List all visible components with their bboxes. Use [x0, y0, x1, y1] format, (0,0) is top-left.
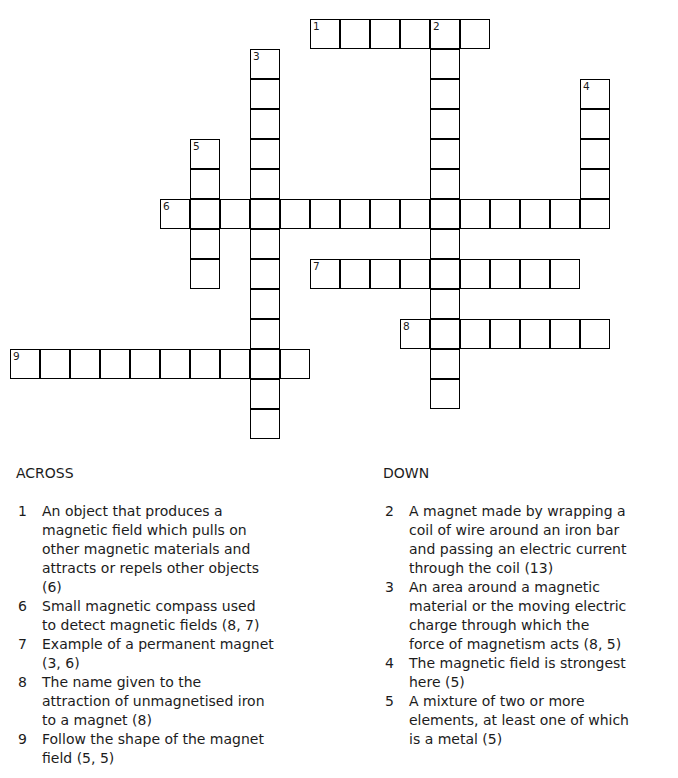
clue-number: 7	[16, 635, 42, 654]
cell-number-6: 6	[163, 200, 170, 213]
grid-cell-r5c19[interactable]	[580, 169, 610, 199]
grid-cell-r6c14[interactable]	[430, 199, 460, 229]
clue-number: 4	[383, 654, 409, 673]
across-clue-8: 8The name given to the attraction of unm…	[16, 673, 350, 730]
cell-number-5: 5	[193, 140, 200, 153]
clue-number: 5	[383, 692, 409, 711]
grid-cell-r11c7[interactable]	[220, 349, 250, 379]
grid-cell-r6c9[interactable]	[280, 199, 310, 229]
grid-cell-r0c15[interactable]	[460, 19, 490, 49]
grid-cell-r2c19[interactable]: 4	[580, 79, 610, 109]
grid-cell-r0c12[interactable]	[370, 19, 400, 49]
clue-number: 3	[383, 578, 409, 597]
grid-cell-r8c14[interactable]	[430, 259, 460, 289]
grid-cell-r4c6[interactable]: 5	[190, 139, 220, 169]
across-clue-7: 7Example of a permanent magnet (3, 6)	[16, 635, 350, 673]
down-clue-3: 3An area around a magnetic material or t…	[383, 578, 675, 654]
grid-cell-r11c6[interactable]	[190, 349, 220, 379]
grid-cell-r0c11[interactable]	[340, 19, 370, 49]
grid-cell-r9c14[interactable]	[430, 289, 460, 319]
grid-cell-r10c16[interactable]	[490, 319, 520, 349]
across-clue-list: 1An object that produces a magnetic fiel…	[16, 502, 350, 768]
grid-cell-r11c1[interactable]	[40, 349, 70, 379]
grid-cell-r8c10[interactable]: 7	[310, 259, 340, 289]
grid-cell-r6c7[interactable]	[220, 199, 250, 229]
clue-number: 9	[16, 730, 42, 749]
clue-text: An object that produces a magnetic field…	[42, 502, 259, 597]
grid-cell-r8c17[interactable]	[520, 259, 550, 289]
grid-cell-r6c18[interactable]	[550, 199, 580, 229]
crossword-worksheet: 123456789 ACROSS 1An object that produce…	[0, 0, 678, 778]
across-clue-6: 6Small magnetic compass used to detect m…	[16, 597, 350, 635]
clue-text: A magnet made by wrapping a coil of wire…	[409, 502, 626, 578]
cell-number-2: 2	[433, 20, 440, 33]
grid-cell-r8c13[interactable]	[400, 259, 430, 289]
grid-cell-r0c13[interactable]	[400, 19, 430, 49]
grid-cell-r11c5[interactable]	[160, 349, 190, 379]
grid-cell-r10c19[interactable]	[580, 319, 610, 349]
across-clue-1: 1An object that produces a magnetic fiel…	[16, 502, 350, 597]
grid-cell-r5c14[interactable]	[430, 169, 460, 199]
down-clues-section: DOWN 2A magnet made by wrapping a coil o…	[383, 464, 675, 749]
clue-number: 2	[383, 502, 409, 521]
grid-cell-r10c8[interactable]	[250, 319, 280, 349]
grid-cell-r11c8[interactable]	[250, 349, 280, 379]
clue-number: 8	[16, 673, 42, 692]
grid-cell-r6c16[interactable]	[490, 199, 520, 229]
down-clue-list: 2A magnet made by wrapping a coil of wir…	[383, 502, 675, 749]
grid-cell-r7c6[interactable]	[190, 229, 220, 259]
grid-cell-r3c8[interactable]	[250, 109, 280, 139]
cell-number-7: 7	[313, 260, 320, 273]
grid-cell-r8c12[interactable]	[370, 259, 400, 289]
grid-cell-r4c8[interactable]	[250, 139, 280, 169]
grid-cell-r12c8[interactable]	[250, 379, 280, 409]
grid-cell-r7c14[interactable]	[430, 229, 460, 259]
grid-cell-r4c14[interactable]	[430, 139, 460, 169]
clue-text: The name given to the attraction of unma…	[42, 673, 265, 730]
grid-cell-r6c11[interactable]	[340, 199, 370, 229]
grid-cell-r6c8[interactable]	[250, 199, 280, 229]
grid-cell-r11c9[interactable]	[280, 349, 310, 379]
grid-cell-r12c14[interactable]	[430, 379, 460, 409]
clue-text: An area around a magnetic material or th…	[409, 578, 626, 654]
grid-cell-r8c6[interactable]	[190, 259, 220, 289]
grid-cell-r11c0[interactable]: 9	[10, 349, 40, 379]
cell-number-4: 4	[583, 80, 590, 93]
clue-text: Small magnetic compass used to detect ma…	[42, 597, 259, 635]
grid-cell-r1c14[interactable]	[430, 49, 460, 79]
grid-cell-r6c19[interactable]	[580, 199, 610, 229]
grid-cell-r7c8[interactable]	[250, 229, 280, 259]
grid-cell-r0c10[interactable]: 1	[310, 19, 340, 49]
cell-number-9: 9	[13, 350, 20, 363]
grid-cell-r6c17[interactable]	[520, 199, 550, 229]
grid-cell-r11c14[interactable]	[430, 349, 460, 379]
grid-cell-r6c15[interactable]	[460, 199, 490, 229]
grid-cell-r11c2[interactable]	[70, 349, 100, 379]
down-clue-4: 4The magnetic field is strongest here (5…	[383, 654, 675, 692]
grid-cell-r6c13[interactable]	[400, 199, 430, 229]
grid-cell-r3c19[interactable]	[580, 109, 610, 139]
grid-cell-r10c18[interactable]	[550, 319, 580, 349]
crossword-grid: 123456789	[10, 19, 610, 439]
grid-cell-r3c14[interactable]	[430, 109, 460, 139]
clue-number: 6	[16, 597, 42, 616]
clue-text: The magnetic field is strongest here (5)	[409, 654, 626, 692]
across-clue-9: 9Follow the shape of the magnet field (5…	[16, 730, 350, 768]
grid-cell-r10c15[interactable]	[460, 319, 490, 349]
grid-cell-r6c10[interactable]	[310, 199, 340, 229]
down-header: DOWN	[383, 464, 675, 483]
grid-cell-r8c8[interactable]	[250, 259, 280, 289]
clue-text: Follow the shape of the magnet field (5,…	[42, 730, 264, 768]
grid-cell-r4c19[interactable]	[580, 139, 610, 169]
grid-cell-r8c15[interactable]	[460, 259, 490, 289]
across-clues-section: ACROSS 1An object that produces a magnet…	[16, 464, 350, 768]
down-clue-5: 5A mixture of two or more elements, at l…	[383, 692, 675, 749]
grid-cell-r0c14[interactable]: 2	[430, 19, 460, 49]
grid-cell-r11c4[interactable]	[130, 349, 160, 379]
grid-cell-r13c8[interactable]	[250, 409, 280, 439]
grid-cell-r5c6[interactable]	[190, 169, 220, 199]
clue-text: A mixture of two or more elements, at le…	[409, 692, 629, 749]
grid-cell-r6c6[interactable]	[190, 199, 220, 229]
grid-cell-r1c8[interactable]: 3	[250, 49, 280, 79]
grid-cell-r8c11[interactable]	[340, 259, 370, 289]
down-clue-2: 2A magnet made by wrapping a coil of wir…	[383, 502, 675, 578]
grid-cell-r5c8[interactable]	[250, 169, 280, 199]
cell-number-8: 8	[403, 320, 410, 333]
cell-number-3: 3	[253, 50, 260, 63]
grid-cell-r2c14[interactable]	[430, 79, 460, 109]
grid-cell-r10c14[interactable]	[430, 319, 460, 349]
across-header: ACROSS	[16, 464, 350, 483]
grid-cell-r9c8[interactable]	[250, 289, 280, 319]
grid-cell-r6c5[interactable]: 6	[160, 199, 190, 229]
cell-number-1: 1	[313, 20, 320, 33]
grid-cell-r10c13[interactable]: 8	[400, 319, 430, 349]
clue-text: Example of a permanent magnet (3, 6)	[42, 635, 274, 673]
grid-cell-r8c18[interactable]	[550, 259, 580, 289]
grid-cell-r10c17[interactable]	[520, 319, 550, 349]
grid-cell-r6c12[interactable]	[370, 199, 400, 229]
grid-cell-r2c8[interactable]	[250, 79, 280, 109]
grid-cell-r8c16[interactable]	[490, 259, 520, 289]
clue-number: 1	[16, 502, 42, 521]
grid-cell-r11c3[interactable]	[100, 349, 130, 379]
